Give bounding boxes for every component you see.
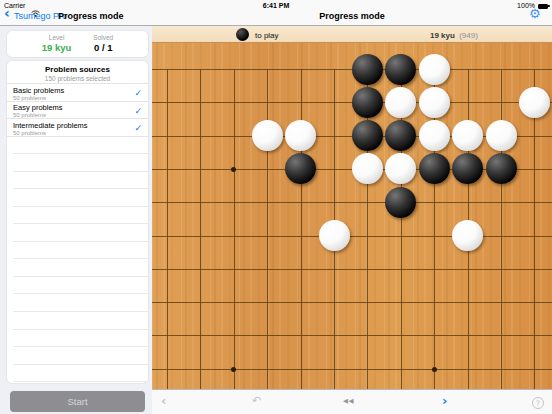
empty-list-row <box>13 154 148 172</box>
checkmark-icon: ✓ <box>134 106 142 116</box>
back-chevron-icon[interactable]: ‹ <box>4 6 10 20</box>
solved-stat: Solved 0 / 1 <box>93 34 113 57</box>
stone-black <box>352 87 383 118</box>
empty-list-row <box>13 189 148 207</box>
undo-icon[interactable]: ↶ <box>252 394 261 407</box>
stone-white <box>486 120 517 151</box>
stone-white <box>452 120 483 151</box>
rewind-icon[interactable]: ◀◀ <box>343 397 354 405</box>
source-item-sublabel: 50 problems <box>13 112 148 118</box>
previous-problem-icon[interactable]: ‹ <box>161 393 166 408</box>
stone-black <box>285 153 316 184</box>
rating-label: (949) <box>459 31 478 40</box>
grid-vline <box>234 69 235 389</box>
empty-list-row <box>13 365 148 383</box>
grid-vline <box>200 69 201 389</box>
grid-vline <box>167 69 168 389</box>
stone-white <box>352 153 383 184</box>
empty-list-row <box>13 207 148 225</box>
stone-black <box>352 54 383 85</box>
stone-black <box>385 54 416 85</box>
grid-hline <box>152 202 552 203</box>
stone-black <box>486 153 517 184</box>
empty-list-row <box>13 242 148 260</box>
stone-white <box>285 120 316 151</box>
go-board[interactable] <box>152 43 552 389</box>
solved-label: Solved <box>93 34 113 41</box>
grid-hline <box>152 269 552 270</box>
empty-list-row <box>13 172 148 190</box>
checkmark-icon: ✓ <box>134 123 142 133</box>
grid-hline <box>152 335 552 336</box>
checkmark-icon: ✓ <box>134 88 142 98</box>
black-stone-icon <box>236 28 249 41</box>
stone-black <box>385 187 416 218</box>
stone-white <box>385 153 416 184</box>
level-value: 19 kyu <box>42 42 72 53</box>
level-label: Level <box>42 34 72 41</box>
star-point <box>231 367 236 372</box>
rank-group: 19 kyu (949) <box>430 31 478 40</box>
clock: 6:41 PM <box>0 2 552 9</box>
stone-white <box>519 87 550 118</box>
empty-list-row <box>13 277 148 295</box>
stone-black <box>419 153 450 184</box>
level-stat: Level 19 kyu <box>42 34 72 57</box>
grid-hline <box>152 369 552 370</box>
empty-list-row <box>13 259 148 277</box>
source-item-label: Basic problems <box>13 86 148 95</box>
stone-black <box>385 120 416 151</box>
stats-card: Level 19 kyu Solved 0 / 1 <box>7 31 148 57</box>
source-item-sublabel: 50 problems <box>13 130 148 136</box>
problem-sources-subtitle: 150 problems selected <box>7 75 148 82</box>
to-play-bar: to play 19 kyu (949) <box>152 26 552 43</box>
source-item-label: Intermediate problems <box>13 121 148 130</box>
board-panel: to play 19 kyu (949) ‹ ↶ ◀◀ › ? <box>152 26 552 414</box>
solved-value: 0 / 1 <box>93 42 113 53</box>
top-bar: Carrier 6:41 PM 100% ‹ Tsumego Pro Progr… <box>0 0 552 26</box>
problem-sources-header: Problem sources 150 problems selected <box>7 61 148 84</box>
problem-sources-title: Problem sources <box>7 65 148 74</box>
source-item-0[interactable]: Basic problems50 problems✓ <box>7 84 148 102</box>
stone-white <box>419 54 450 85</box>
stone-white <box>419 87 450 118</box>
stone-white <box>252 120 283 151</box>
source-item-sublabel: 50 problems <box>13 95 148 101</box>
stone-white <box>419 120 450 151</box>
rank-label: 19 kyu <box>430 31 455 40</box>
empty-list-row <box>13 347 148 365</box>
help-icon[interactable]: ? <box>532 397 544 409</box>
empty-list-row <box>13 224 148 242</box>
to-play-label: to play <box>255 31 279 40</box>
grid-vline <box>501 69 502 389</box>
stone-white <box>319 220 350 251</box>
grid-hline <box>152 236 552 237</box>
settings-gear-icon[interactable]: ⚙ <box>529 6 541 21</box>
stone-white <box>385 87 416 118</box>
problem-sources-list: Basic problems50 problems✓Easy problems5… <box>7 84 148 382</box>
empty-list-row <box>13 137 148 155</box>
start-button[interactable]: Start <box>10 391 145 412</box>
forward-chevron-icon[interactable]: › <box>442 393 447 408</box>
source-item-2[interactable]: Intermediate problems50 problems✓ <box>7 119 148 137</box>
source-item-1[interactable]: Easy problems50 problems✓ <box>7 102 148 120</box>
star-point <box>432 367 437 372</box>
grid-hline <box>152 302 552 303</box>
bottom-toolbar: ‹ ↶ ◀◀ › ? <box>152 389 552 414</box>
empty-list-row <box>13 330 148 348</box>
stone-black <box>352 120 383 151</box>
empty-list-row <box>13 312 148 330</box>
battery-nub <box>548 5 550 7</box>
empty-list-row <box>13 294 148 312</box>
grid-vline <box>267 69 268 389</box>
sidebar: Level 19 kyu Solved 0 / 1 Problem source… <box>0 26 152 414</box>
grid-vline <box>301 69 302 389</box>
stone-white <box>452 220 483 251</box>
page-title: Progress mode <box>152 11 552 21</box>
source-item-label: Easy problems <box>13 103 148 112</box>
stone-black <box>452 153 483 184</box>
sidebar-title: Progress mode <box>58 11 124 21</box>
problem-sources-card: Problem sources 150 problems selected Ba… <box>7 61 148 383</box>
tsumego-pro-app: Carrier 6:41 PM 100% ‹ Tsumego Pro Progr… <box>0 0 552 414</box>
star-point <box>231 167 236 172</box>
